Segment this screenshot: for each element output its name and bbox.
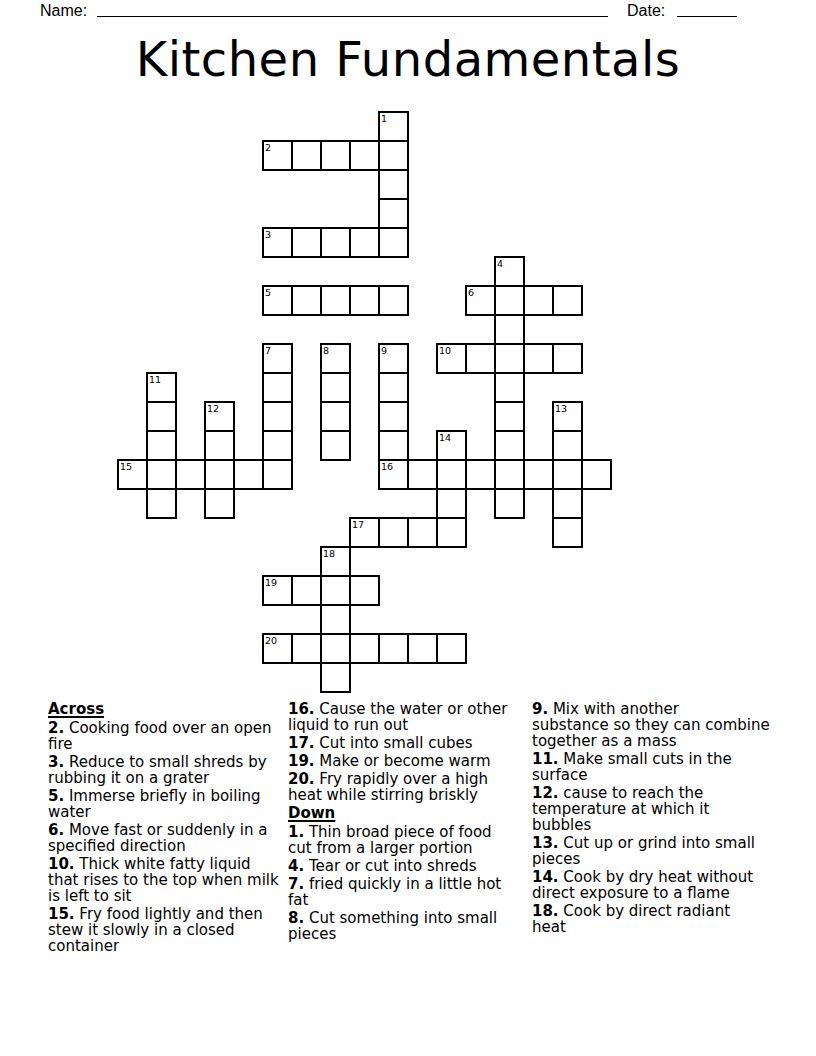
crossword-grid: 1234567891011121314151617181920 [117, 111, 610, 691]
grid-cell-r9c7[interactable] [320, 372, 351, 403]
cell-number-19: 19 [265, 578, 277, 588]
clue-text: Fry rapidly over a high heat while stirr… [288, 770, 488, 804]
cell-number-18: 18 [323, 549, 335, 559]
grid-cell-r1c7[interactable] [320, 140, 351, 171]
grid-cell-r11c7[interactable] [320, 430, 351, 461]
clue-1: 1. Thin broad piece of food cut from a l… [288, 824, 526, 856]
cell-number-17: 17 [352, 520, 364, 530]
clue-text: Cut something into small pieces [288, 909, 497, 943]
grid-cell-r6c14[interactable] [523, 285, 554, 316]
grid-cell-r12c3[interactable] [204, 459, 235, 490]
clue-9: 9. Mix with another substance so they ca… [532, 701, 770, 749]
clue-text: Immerse briefly in boiling water [48, 787, 261, 821]
cell-number-9: 9 [381, 346, 387, 356]
grid-cell-r11c9[interactable] [378, 430, 409, 461]
grid-cell-r12c5[interactable] [262, 459, 293, 490]
cell-number-1: 1 [381, 114, 387, 124]
grid-cell-r9c5[interactable] [262, 372, 293, 403]
grid-cell-r4c7[interactable] [320, 227, 351, 258]
grid-cell-r16c6[interactable] [291, 575, 322, 606]
clue-4: 4. Tear or cut into shreds [288, 858, 526, 874]
clue-13: 13. Cut up or grind into small pieces [532, 835, 770, 867]
cell-number-11: 11 [149, 375, 161, 385]
grid-cell-r12c4[interactable] [233, 459, 264, 490]
clue-number: 4. [288, 857, 304, 875]
cell-number-12: 12 [207, 404, 219, 414]
cell-number-20: 20 [265, 636, 277, 646]
clue-11: 11. Make small cuts in the surface [532, 751, 770, 783]
grid-cell-r12c15[interactable] [552, 459, 583, 490]
grid-cell-r10c9[interactable] [378, 401, 409, 432]
grid-cell-r18c9[interactable] [378, 633, 409, 664]
grid-cell-r10c1[interactable] [146, 401, 177, 432]
grid-cell-r8c13[interactable] [494, 343, 525, 374]
grid-cell-r18c11[interactable] [436, 633, 467, 664]
grid-cell-r16c8[interactable] [349, 575, 380, 606]
grid-cell-r4c8[interactable] [349, 227, 380, 258]
grid-cell-r4c6[interactable] [291, 227, 322, 258]
clue-10: 10. Thick white fatty liquid that rises … [48, 856, 286, 904]
cell-number-6: 6 [468, 288, 474, 298]
grid-cell-r18c8[interactable] [349, 633, 380, 664]
grid-cell-r9c9[interactable] [378, 372, 409, 403]
grid-cell-r8c15[interactable] [552, 343, 583, 374]
clue-text: Cooking food over an open fire [48, 719, 271, 753]
cell-number-13: 13 [555, 404, 567, 414]
grid-cell-r17c7[interactable] [320, 604, 351, 635]
grid-cell-r18c10[interactable] [407, 633, 438, 664]
clue-20: 20. Fry rapidly over a high heat while s… [288, 771, 526, 803]
clue-14: 14. Cook by dry heat without direct expo… [532, 869, 770, 901]
grid-cell-r12c11[interactable] [436, 459, 467, 490]
grid-cell-r19c7[interactable] [320, 662, 351, 693]
clue-text: Cut into small cubes [315, 734, 473, 752]
grid-cell-r11c15[interactable] [552, 430, 583, 461]
grid-cell-r8c14[interactable] [523, 343, 554, 374]
grid-cell-r6c13[interactable] [494, 285, 525, 316]
clue-15: 15. Fry food lightly and then stew it sl… [48, 906, 286, 954]
clue-number: 19. [288, 752, 315, 770]
clue-12: 12. cause to reach the temperature at wh… [532, 785, 770, 833]
grid-cell-r11c13[interactable] [494, 430, 525, 461]
date-label: Date: [627, 2, 665, 20]
cell-number-2: 2 [265, 143, 271, 153]
grid-cell-r6c6[interactable] [291, 285, 322, 316]
clue-text: cause to reach the temperature at which … [532, 784, 709, 834]
grid-cell-r12c13[interactable] [494, 459, 525, 490]
date-blank-line[interactable] [677, 16, 737, 17]
grid-cell-r14c15[interactable] [552, 517, 583, 548]
grid-cell-r13c13[interactable] [494, 488, 525, 519]
down-heading: Down [288, 805, 526, 821]
grid-cell-r14c11[interactable] [436, 517, 467, 548]
grid-cell-r1c8[interactable] [349, 140, 380, 171]
grid-cell-r6c7[interactable] [320, 285, 351, 316]
grid-cell-r16c7[interactable] [320, 575, 351, 606]
grid-cell-r11c1[interactable] [146, 430, 177, 461]
clue-5: 5. Immerse briefly in boiling water [48, 788, 286, 820]
clue-text: Thin broad piece of food cut from a larg… [288, 823, 492, 857]
cell-number-16: 16 [381, 462, 393, 472]
clue-18: 18. Cook by direct radiant heat [532, 903, 770, 935]
cell-number-3: 3 [265, 230, 271, 240]
grid-cell-r13c3[interactable] [204, 488, 235, 519]
grid-cell-r14c10[interactable] [407, 517, 438, 548]
grid-cell-r11c5[interactable] [262, 430, 293, 461]
clue-3: 3. Reduce to small shreds by rubbing it … [48, 754, 286, 786]
clue-column-2: 16. Cause the water or other liquid to r… [288, 701, 526, 944]
grid-cell-r10c13[interactable] [494, 401, 525, 432]
grid-cell-r2c9[interactable] [378, 169, 409, 200]
clue-text: Make or become warm [315, 752, 491, 770]
grid-cell-r18c7[interactable] [320, 633, 351, 664]
clue-2: 2. Cooking food over an open fire [48, 720, 286, 752]
grid-cell-r13c1[interactable] [146, 488, 177, 519]
clue-7: 7. fried quickly in a little hot fat [288, 876, 526, 908]
grid-cell-r12c10[interactable] [407, 459, 438, 490]
clue-text: Thick white fatty liquid that rises to t… [48, 855, 279, 905]
grid-cell-r18c6[interactable] [291, 633, 322, 664]
grid-cell-r12c12[interactable] [465, 459, 496, 490]
cell-number-8: 8 [323, 346, 329, 356]
grid-cell-r6c8[interactable] [349, 285, 380, 316]
cell-number-4: 4 [497, 259, 503, 269]
grid-cell-r12c16[interactable] [581, 459, 612, 490]
grid-cell-r12c14[interactable] [523, 459, 554, 490]
clue-text: Reduce to small shreds by rubbing it on … [48, 753, 267, 787]
clue-text: Cause the water or other liquid to run o… [288, 700, 507, 734]
across-heading: Across [48, 701, 286, 717]
grid-cell-r7c13[interactable] [494, 314, 525, 345]
clue-6: 6. Move fast or suddenly in a specified … [48, 822, 286, 854]
cell-number-7: 7 [265, 346, 271, 356]
name-blank-line[interactable] [97, 16, 608, 17]
grid-cell-r1c6[interactable] [291, 140, 322, 171]
clue-19: 19. Make or become warm [288, 753, 526, 769]
grid-cell-r13c11[interactable] [436, 488, 467, 519]
clue-16: 16. Cause the water or other liquid to r… [288, 701, 526, 733]
grid-cell-r14c9[interactable] [378, 517, 409, 548]
grid-cell-r10c5[interactable] [262, 401, 293, 432]
grid-cell-r10c7[interactable] [320, 401, 351, 432]
clue-text: Make small cuts in the surface [532, 750, 732, 784]
clue-text: Cook by direct radiant heat [532, 902, 730, 936]
clue-text: fried quickly in a little hot fat [288, 875, 501, 909]
cell-number-10: 10 [439, 346, 451, 356]
clue-text: Cook by dry heat without direct exposure… [532, 868, 753, 902]
grid-cell-r6c15[interactable] [552, 285, 583, 316]
grid-cell-r12c2[interactable] [175, 459, 206, 490]
page-title: Kitchen Fundamentals [0, 33, 816, 85]
grid-cell-r6c9[interactable] [378, 285, 409, 316]
cell-number-14: 14 [439, 433, 451, 443]
clue-text: Cut up or grind into small pieces [532, 834, 755, 868]
grid-cell-r8c12[interactable] [465, 343, 496, 374]
clue-17: 17. Cut into small cubes [288, 735, 526, 751]
grid-cell-r4c9[interactable] [378, 227, 409, 258]
clue-column-1: Across2. Cooking food over an open fire3… [48, 701, 286, 956]
grid-cell-r12c1[interactable] [146, 459, 177, 490]
cell-number-15: 15 [120, 462, 132, 472]
grid-cell-r1c9[interactable] [378, 140, 409, 171]
clue-column-3: 9. Mix with another substance so they ca… [532, 701, 770, 937]
grid-cell-r11c3[interactable] [204, 430, 235, 461]
grid-cell-r9c13[interactable] [494, 372, 525, 403]
clue-number: 17. [288, 734, 315, 752]
cell-number-5: 5 [265, 288, 271, 298]
clue-text: Mix with another substance so they can c… [532, 700, 770, 750]
clue-text: Fry food lightly and then stew it slowly… [48, 905, 263, 955]
clue-text: Tear or cut into shreds [304, 857, 476, 875]
clue-8: 8. Cut something into small pieces [288, 910, 526, 942]
clue-text: Move fast or suddenly in a specified dir… [48, 821, 268, 855]
name-label: Name: [40, 2, 87, 20]
grid-cell-r13c15[interactable] [552, 488, 583, 519]
grid-cell-r3c9[interactable] [378, 198, 409, 229]
